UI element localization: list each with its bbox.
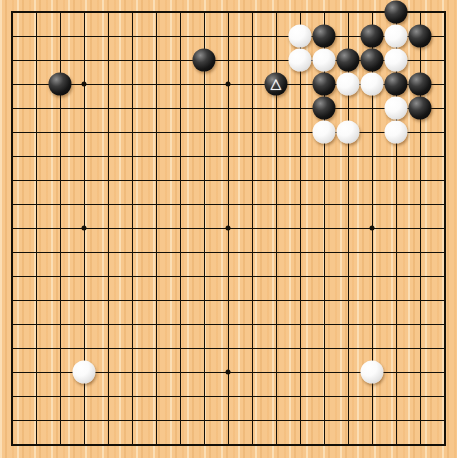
go-board[interactable]: △	[0, 0, 457, 458]
stone-white[interactable]	[313, 121, 336, 144]
stone-white[interactable]	[289, 49, 312, 72]
stone-black[interactable]	[385, 73, 408, 96]
stone-black[interactable]	[49, 73, 72, 96]
star-point	[82, 226, 87, 231]
stone-white[interactable]	[361, 361, 384, 384]
stone-white[interactable]	[385, 121, 408, 144]
stone-black[interactable]	[385, 1, 408, 24]
stone-white[interactable]	[361, 73, 384, 96]
stone-white[interactable]	[289, 25, 312, 48]
stone-white[interactable]	[385, 25, 408, 48]
stone-black[interactable]	[409, 25, 432, 48]
stone-black[interactable]	[193, 49, 216, 72]
stone-black[interactable]	[409, 97, 432, 120]
stone-white[interactable]	[337, 73, 360, 96]
star-point	[370, 226, 375, 231]
stone-black[interactable]	[313, 25, 336, 48]
stone-white[interactable]	[313, 49, 336, 72]
stone-black[interactable]	[313, 97, 336, 120]
stone-black[interactable]	[337, 49, 360, 72]
star-point	[226, 82, 231, 87]
stone-black[interactable]	[361, 49, 384, 72]
stone-black[interactable]	[265, 73, 288, 96]
stone-white[interactable]	[73, 361, 96, 384]
star-point	[82, 82, 87, 87]
stone-black[interactable]	[409, 73, 432, 96]
stone-white[interactable]	[337, 121, 360, 144]
stone-black[interactable]	[361, 25, 384, 48]
star-point	[226, 226, 231, 231]
stone-white[interactable]	[385, 49, 408, 72]
stone-white[interactable]	[385, 97, 408, 120]
stone-black[interactable]	[313, 73, 336, 96]
star-point	[226, 370, 231, 375]
